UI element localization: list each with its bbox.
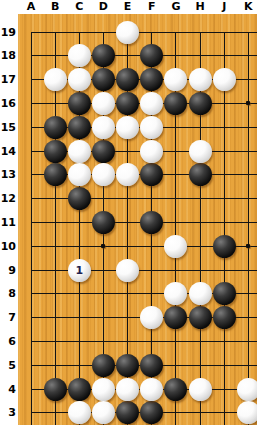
- black-stone-e5[interactable]: [116, 354, 139, 377]
- white-stone-d15[interactable]: [92, 116, 115, 139]
- row-label-8: 8: [0, 287, 16, 300]
- row-label-10: 10: [0, 240, 16, 253]
- row-label-4: 4: [0, 383, 16, 396]
- black-stone-j8[interactable]: [213, 282, 236, 305]
- white-stone-e19[interactable]: [116, 21, 139, 44]
- white-stone-f14[interactable]: [140, 140, 163, 163]
- white-stone-h17[interactable]: [189, 68, 212, 91]
- white-stone-b17[interactable]: [44, 68, 67, 91]
- grid-vline-k: [248, 32, 249, 425]
- row-label-5: 5: [0, 359, 16, 372]
- row-label-19: 19: [0, 26, 16, 39]
- row-label-11: 11: [0, 216, 16, 229]
- black-stone-f5[interactable]: [140, 354, 163, 377]
- grid-hline-9: [31, 270, 258, 271]
- white-stone-d4[interactable]: [92, 378, 115, 401]
- column-label-d: D: [93, 0, 113, 13]
- row-label-9: 9: [0, 264, 16, 277]
- white-stone-h4[interactable]: [189, 378, 212, 401]
- column-label-f: F: [142, 0, 162, 13]
- row-label-16: 16: [0, 97, 16, 110]
- white-stone-h14[interactable]: [189, 140, 212, 163]
- black-stone-b4[interactable]: [44, 378, 67, 401]
- white-stone-e15[interactable]: [116, 116, 139, 139]
- row-label-12: 12: [0, 192, 16, 205]
- white-stone-k3[interactable]: [237, 401, 257, 424]
- black-stone-g4[interactable]: [164, 378, 187, 401]
- white-stone-c17[interactable]: [68, 68, 91, 91]
- row-label-18: 18: [0, 49, 16, 62]
- column-label-j: J: [214, 0, 234, 13]
- black-stone-j10[interactable]: [213, 235, 236, 258]
- black-stone-c15[interactable]: [68, 116, 91, 139]
- white-stone-d16[interactable]: [92, 92, 115, 115]
- white-stone-h8[interactable]: [189, 282, 212, 305]
- marked-move-stone-c9[interactable]: 1: [68, 259, 91, 282]
- black-stone-b14[interactable]: [44, 140, 67, 163]
- column-label-c: C: [69, 0, 89, 13]
- grid-hline-12: [31, 198, 258, 199]
- white-stone-k4[interactable]: [237, 378, 257, 401]
- white-stone-c13[interactable]: [68, 163, 91, 186]
- column-label-h: H: [190, 0, 210, 13]
- white-stone-c14[interactable]: [68, 140, 91, 163]
- grid-hline-19: [31, 32, 258, 33]
- row-label-7: 7: [0, 311, 16, 324]
- white-stone-e4[interactable]: [116, 378, 139, 401]
- column-label-b: B: [45, 0, 65, 13]
- black-stone-h13[interactable]: [189, 163, 212, 186]
- column-label-e: E: [118, 0, 138, 13]
- row-label-6: 6: [0, 335, 16, 348]
- white-stone-e9[interactable]: [116, 259, 139, 282]
- black-stone-d17[interactable]: [92, 68, 115, 91]
- white-stone-f15[interactable]: [140, 116, 163, 139]
- black-stone-b13[interactable]: [44, 163, 67, 186]
- column-label-k: K: [238, 0, 257, 13]
- star-point-k10: [246, 244, 250, 248]
- column-label-a: A: [21, 0, 41, 13]
- black-stone-c12[interactable]: [68, 187, 91, 210]
- column-label-g: G: [166, 0, 186, 13]
- row-label-13: 13: [0, 168, 16, 181]
- row-label-17: 17: [0, 73, 16, 86]
- go-diagram: ABCDEFGHJK191817161514131211109876543 1: [0, 0, 257, 425]
- grid-vline-a: [31, 32, 32, 425]
- black-stone-e16[interactable]: [116, 92, 139, 115]
- black-stone-h7[interactable]: [189, 306, 212, 329]
- white-stone-j17[interactable]: [213, 68, 236, 91]
- black-stone-c16[interactable]: [68, 92, 91, 115]
- black-stone-j7[interactable]: [213, 306, 236, 329]
- white-stone-c18[interactable]: [68, 44, 91, 67]
- row-label-15: 15: [0, 121, 16, 134]
- grid-hline-6: [31, 341, 258, 342]
- black-stone-d14[interactable]: [92, 140, 115, 163]
- row-label-3: 3: [0, 406, 16, 419]
- black-stone-d11[interactable]: [92, 211, 115, 234]
- black-stone-d5[interactable]: [92, 354, 115, 377]
- black-stone-h16[interactable]: [189, 92, 212, 115]
- black-stone-b15[interactable]: [44, 116, 67, 139]
- row-label-14: 14: [0, 145, 16, 158]
- black-stone-c4[interactable]: [68, 378, 91, 401]
- white-stone-f4[interactable]: [140, 378, 163, 401]
